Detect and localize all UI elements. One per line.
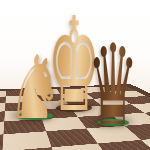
chess-photo-scene: ♚ ♛ ♞ [0, 0, 150, 150]
white-knight-piece: ♞ [7, 44, 64, 132]
black-queen-piece: ♛ [87, 29, 138, 141]
